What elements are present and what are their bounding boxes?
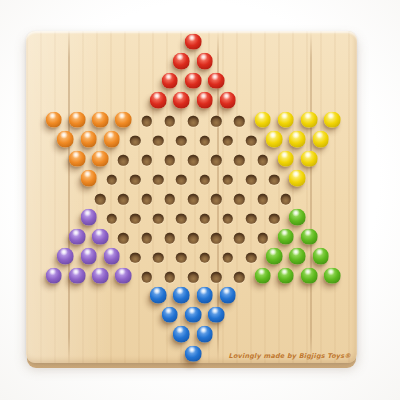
- hole[interactable]: [176, 213, 187, 224]
- red-marble[interactable]: [173, 92, 190, 109]
- purple-marble[interactable]: [46, 267, 63, 284]
- yellow-marble[interactable]: [301, 111, 318, 128]
- yellow-marble[interactable]: [324, 111, 341, 128]
- orange-marble[interactable]: [57, 131, 74, 148]
- blue-marble[interactable]: [185, 306, 202, 323]
- hole[interactable]: [188, 155, 199, 166]
- hole[interactable]: [211, 233, 222, 244]
- red-marble[interactable]: [196, 92, 213, 109]
- hole[interactable]: [130, 213, 141, 224]
- blue-marble[interactable]: [173, 326, 190, 343]
- orange-marble[interactable]: [46, 111, 63, 128]
- hole[interactable]: [141, 272, 152, 283]
- blue-marble[interactable]: [220, 287, 237, 304]
- hole[interactable]: [199, 174, 210, 185]
- green-marble[interactable]: [301, 228, 318, 245]
- red-marble[interactable]: [173, 53, 190, 70]
- yellow-marble[interactable]: [266, 131, 283, 148]
- green-marble[interactable]: [278, 267, 295, 284]
- hole[interactable]: [165, 233, 176, 244]
- blue-marble[interactable]: [150, 287, 167, 304]
- blue-marble[interactable]: [185, 345, 202, 362]
- red-marble[interactable]: [208, 72, 225, 89]
- hole[interactable]: [141, 116, 152, 127]
- red-marble[interactable]: [220, 92, 237, 109]
- red-marble[interactable]: [162, 72, 179, 89]
- hole[interactable]: [234, 116, 245, 127]
- hole[interactable]: [199, 135, 210, 146]
- purple-marble[interactable]: [92, 267, 109, 284]
- hole[interactable]: [176, 135, 187, 146]
- hole[interactable]: [165, 155, 176, 166]
- hole[interactable]: [223, 135, 234, 146]
- green-marble[interactable]: [324, 267, 341, 284]
- hole[interactable]: [95, 194, 106, 205]
- purple-marble[interactable]: [57, 248, 74, 265]
- brand-text: Lovingly made by Bigjigs Toys®: [229, 352, 351, 360]
- green-marble[interactable]: [278, 228, 295, 245]
- wood-seam: [68, 31, 70, 363]
- blue-marble[interactable]: [173, 287, 190, 304]
- green-marble[interactable]: [289, 209, 306, 226]
- board: Lovingly made by Bigjigs Toys®: [26, 31, 357, 363]
- hole[interactable]: [188, 272, 199, 283]
- hole[interactable]: [141, 194, 152, 205]
- hole[interactable]: [153, 135, 164, 146]
- orange-marble[interactable]: [104, 131, 121, 148]
- red-marble[interactable]: [185, 33, 202, 50]
- hole[interactable]: [211, 116, 222, 127]
- hole[interactable]: [246, 135, 257, 146]
- hole[interactable]: [107, 174, 118, 185]
- hole[interactable]: [234, 155, 245, 166]
- green-marble[interactable]: [312, 248, 329, 265]
- purple-marble[interactable]: [69, 228, 86, 245]
- hole[interactable]: [223, 213, 234, 224]
- green-marble[interactable]: [266, 248, 283, 265]
- blue-marble[interactable]: [162, 306, 179, 323]
- hole[interactable]: [234, 233, 245, 244]
- hole[interactable]: [188, 233, 199, 244]
- yellow-marble[interactable]: [254, 111, 271, 128]
- purple-marble[interactable]: [104, 248, 121, 265]
- hole[interactable]: [281, 194, 292, 205]
- orange-marble[interactable]: [80, 131, 97, 148]
- hole[interactable]: [153, 213, 164, 224]
- hole[interactable]: [165, 116, 176, 127]
- hole[interactable]: [141, 155, 152, 166]
- yellow-marble[interactable]: [289, 131, 306, 148]
- hole[interactable]: [188, 194, 199, 205]
- hole[interactable]: [188, 116, 199, 127]
- orange-marble[interactable]: [115, 111, 132, 128]
- hole[interactable]: [176, 252, 187, 263]
- hole[interactable]: [257, 233, 268, 244]
- hole[interactable]: [153, 174, 164, 185]
- hole[interactable]: [176, 174, 187, 185]
- yellow-marble[interactable]: [312, 131, 329, 148]
- hole[interactable]: [118, 233, 129, 244]
- red-marble[interactable]: [150, 92, 167, 109]
- hole[interactable]: [130, 174, 141, 185]
- yellow-marble[interactable]: [301, 150, 318, 167]
- hole[interactable]: [246, 174, 257, 185]
- orange-marble[interactable]: [92, 111, 109, 128]
- hole[interactable]: [269, 174, 280, 185]
- purple-marble[interactable]: [69, 267, 86, 284]
- purple-marble[interactable]: [80, 209, 97, 226]
- hole[interactable]: [199, 252, 210, 263]
- orange-marble[interactable]: [69, 111, 86, 128]
- yellow-marble[interactable]: [278, 111, 295, 128]
- purple-marble[interactable]: [115, 267, 132, 284]
- red-marble[interactable]: [185, 72, 202, 89]
- purple-marble[interactable]: [80, 248, 97, 265]
- green-marble[interactable]: [289, 248, 306, 265]
- hole[interactable]: [165, 194, 176, 205]
- hole[interactable]: [211, 194, 222, 205]
- hole[interactable]: [234, 194, 245, 205]
- hole[interactable]: [269, 213, 280, 224]
- hole[interactable]: [153, 252, 164, 263]
- hole[interactable]: [257, 194, 268, 205]
- hole[interactable]: [211, 272, 222, 283]
- green-marble[interactable]: [254, 267, 271, 284]
- hole[interactable]: [246, 252, 257, 263]
- hole[interactable]: [141, 233, 152, 244]
- hole[interactable]: [107, 213, 118, 224]
- orange-marble[interactable]: [92, 150, 109, 167]
- hole[interactable]: [118, 194, 129, 205]
- hole[interactable]: [165, 272, 176, 283]
- blue-marble[interactable]: [208, 306, 225, 323]
- blue-marble[interactable]: [196, 287, 213, 304]
- orange-marble[interactable]: [80, 170, 97, 187]
- hole[interactable]: [130, 135, 141, 146]
- hole[interactable]: [257, 155, 268, 166]
- blue-marble[interactable]: [196, 326, 213, 343]
- orange-marble[interactable]: [69, 150, 86, 167]
- hole[interactable]: [118, 155, 129, 166]
- hole[interactable]: [199, 213, 210, 224]
- yellow-marble[interactable]: [278, 150, 295, 167]
- hole[interactable]: [223, 252, 234, 263]
- purple-marble[interactable]: [92, 228, 109, 245]
- yellow-marble[interactable]: [289, 170, 306, 187]
- red-marble[interactable]: [196, 53, 213, 70]
- wood-seam: [310, 31, 312, 363]
- hole[interactable]: [223, 174, 234, 185]
- hole[interactable]: [234, 272, 245, 283]
- hole[interactable]: [211, 155, 222, 166]
- green-marble[interactable]: [301, 267, 318, 284]
- hole[interactable]: [246, 213, 257, 224]
- hole[interactable]: [130, 252, 141, 263]
